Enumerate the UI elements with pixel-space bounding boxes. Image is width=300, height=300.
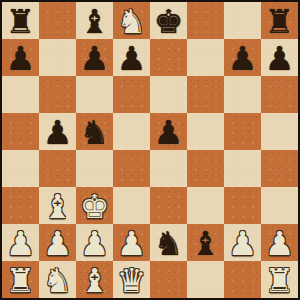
white-pawn: ♟	[228, 227, 258, 260]
square-b3[interactable]: ♝	[39, 187, 76, 224]
black-pawn: ♟	[6, 42, 36, 75]
black-pawn: ♟	[43, 116, 73, 149]
black-rook: ♜	[265, 5, 295, 38]
square-b5[interactable]: ♟	[39, 113, 76, 150]
square-d3[interactable]	[113, 187, 150, 224]
square-h1[interactable]: ♜	[261, 261, 298, 298]
square-a1[interactable]: ♜	[2, 261, 39, 298]
square-e6[interactable]	[150, 76, 187, 113]
square-d8[interactable]: ♞	[113, 2, 150, 39]
square-c3[interactable]: ♚	[76, 187, 113, 224]
square-f3[interactable]	[187, 187, 224, 224]
square-e2[interactable]: ♞	[150, 224, 187, 261]
black-rook: ♜	[6, 5, 36, 38]
white-knight: ♞	[43, 264, 73, 297]
square-b4[interactable]	[39, 150, 76, 187]
square-b2[interactable]: ♟	[39, 224, 76, 261]
square-h3[interactable]	[261, 187, 298, 224]
square-f4[interactable]	[187, 150, 224, 187]
square-h4[interactable]	[261, 150, 298, 187]
square-a2[interactable]: ♟	[2, 224, 39, 261]
square-h6[interactable]	[261, 76, 298, 113]
white-king: ♚	[80, 190, 110, 223]
black-knight: ♞	[154, 227, 184, 260]
square-d6[interactable]	[113, 76, 150, 113]
square-h8[interactable]: ♜	[261, 2, 298, 39]
white-pawn: ♟	[80, 227, 110, 260]
chess-board: ♜♝♞♚♜♟♟♟♟♟♟♞♟♝♚♟♟♟♟♞♝♟♟♜♞♝♛♜	[0, 0, 300, 300]
square-b6[interactable]	[39, 76, 76, 113]
white-knight: ♞	[117, 5, 147, 38]
square-a4[interactable]	[2, 150, 39, 187]
square-f7[interactable]	[187, 39, 224, 76]
square-d4[interactable]	[113, 150, 150, 187]
white-pawn: ♟	[6, 227, 36, 260]
white-rook: ♜	[265, 264, 295, 297]
square-b7[interactable]	[39, 39, 76, 76]
square-f6[interactable]	[187, 76, 224, 113]
square-e5[interactable]: ♟	[150, 113, 187, 150]
square-a5[interactable]	[2, 113, 39, 150]
square-e7[interactable]	[150, 39, 187, 76]
black-bishop: ♝	[191, 227, 221, 260]
square-f8[interactable]	[187, 2, 224, 39]
square-g8[interactable]	[224, 2, 261, 39]
square-a3[interactable]	[2, 187, 39, 224]
square-g1[interactable]	[224, 261, 261, 298]
square-d5[interactable]	[113, 113, 150, 150]
square-g5[interactable]	[224, 113, 261, 150]
square-c5[interactable]: ♞	[76, 113, 113, 150]
square-h7[interactable]: ♟	[261, 39, 298, 76]
square-e3[interactable]	[150, 187, 187, 224]
square-c6[interactable]	[76, 76, 113, 113]
square-c7[interactable]: ♟	[76, 39, 113, 76]
black-pawn: ♟	[154, 116, 184, 149]
square-h2[interactable]: ♟	[261, 224, 298, 261]
square-a6[interactable]	[2, 76, 39, 113]
square-d1[interactable]: ♛	[113, 261, 150, 298]
black-pawn: ♟	[228, 42, 258, 75]
white-pawn: ♟	[117, 227, 147, 260]
square-g3[interactable]	[224, 187, 261, 224]
square-e1[interactable]	[150, 261, 187, 298]
square-h5[interactable]	[261, 113, 298, 150]
black-pawn: ♟	[117, 42, 147, 75]
square-d7[interactable]: ♟	[113, 39, 150, 76]
white-pawn: ♟	[43, 227, 73, 260]
square-f1[interactable]	[187, 261, 224, 298]
black-king: ♚	[154, 5, 184, 38]
square-e4[interactable]	[150, 150, 187, 187]
white-bishop: ♝	[43, 190, 73, 223]
white-rook: ♜	[6, 264, 36, 297]
black-pawn: ♟	[80, 42, 110, 75]
square-f5[interactable]	[187, 113, 224, 150]
square-a7[interactable]: ♟	[2, 39, 39, 76]
square-c4[interactable]	[76, 150, 113, 187]
white-pawn: ♟	[265, 227, 295, 260]
square-a8[interactable]: ♜	[2, 2, 39, 39]
white-queen: ♛	[117, 264, 147, 297]
square-g4[interactable]	[224, 150, 261, 187]
square-g7[interactable]: ♟	[224, 39, 261, 76]
square-c2[interactable]: ♟	[76, 224, 113, 261]
black-knight: ♞	[80, 116, 110, 149]
square-b1[interactable]: ♞	[39, 261, 76, 298]
black-pawn: ♟	[265, 42, 295, 75]
square-c8[interactable]: ♝	[76, 2, 113, 39]
square-d2[interactable]: ♟	[113, 224, 150, 261]
square-c1[interactable]: ♝	[76, 261, 113, 298]
square-b8[interactable]	[39, 2, 76, 39]
square-g2[interactable]: ♟	[224, 224, 261, 261]
white-bishop: ♝	[80, 264, 110, 297]
square-f2[interactable]: ♝	[187, 224, 224, 261]
black-bishop: ♝	[80, 5, 110, 38]
square-g6[interactable]	[224, 76, 261, 113]
square-e8[interactable]: ♚	[150, 2, 187, 39]
